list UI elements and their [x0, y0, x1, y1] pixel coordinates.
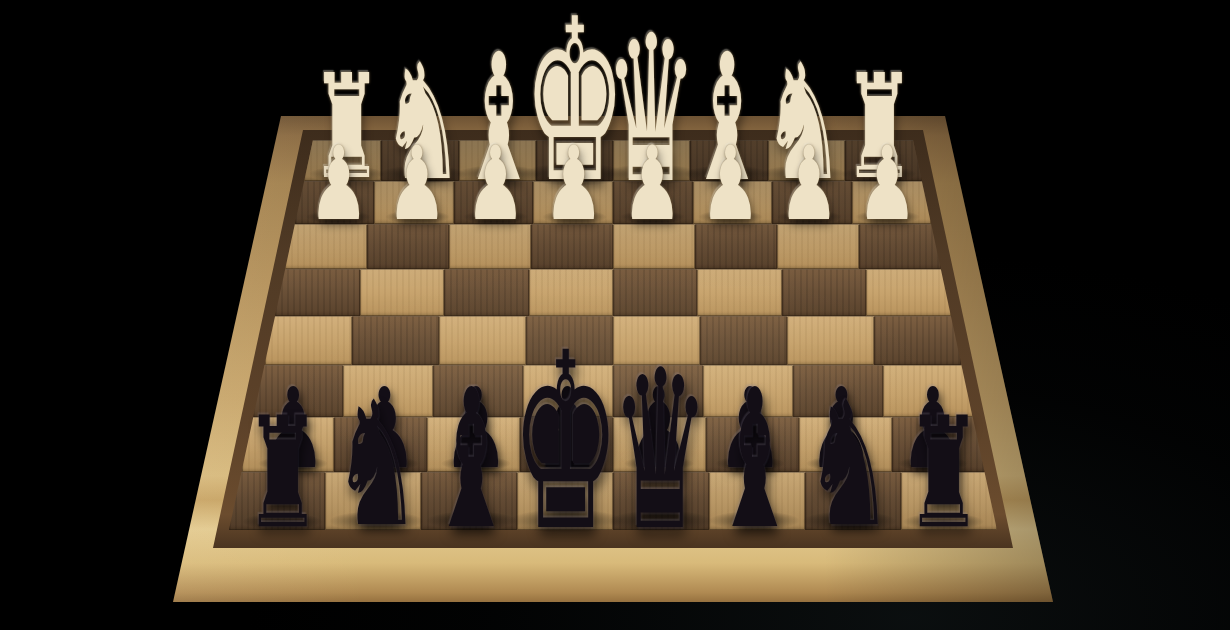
black-rook-h8[interactable]: ♜	[244, 396, 320, 549]
white-pawn-a2[interactable]: ♟	[857, 133, 918, 235]
square-d4[interactable]	[613, 269, 697, 316]
square-a5[interactable]	[874, 316, 961, 365]
square-g4[interactable]	[360, 269, 444, 316]
black-knight-b8[interactable]: ♞	[804, 380, 894, 552]
black-rook-a8[interactable]: ♜	[905, 396, 981, 549]
black-knight-g8[interactable]: ♞	[332, 380, 422, 552]
black-bishop-c8[interactable]: ♝	[712, 364, 798, 556]
black-king-e8[interactable]: ♚	[511, 321, 620, 565]
square-h5[interactable]	[265, 316, 352, 365]
white-pawn-c2[interactable]: ♟	[700, 133, 761, 235]
white-pawn-b2[interactable]: ♟	[778, 133, 839, 235]
square-c4[interactable]	[697, 269, 781, 316]
square-b5[interactable]	[787, 316, 874, 365]
white-pawn-g2[interactable]: ♟	[387, 133, 448, 235]
white-pawn-d2[interactable]: ♟	[622, 133, 683, 235]
white-pawn-h2[interactable]: ♟	[308, 133, 369, 235]
square-h4[interactable]	[275, 269, 359, 316]
black-bishop-f8[interactable]: ♝	[428, 364, 514, 556]
white-pawn-f2[interactable]: ♟	[465, 133, 526, 235]
studio-background: ♜♞♝♚♛♝♞♜♟♟♟♟♟♟♟♟♟♟♟♟♟♟♟♟♜♞♝♚♛♝♞♜	[0, 0, 1230, 630]
black-queen-d8[interactable]: ♛	[611, 341, 710, 561]
square-g5[interactable]	[352, 316, 439, 365]
square-b4[interactable]	[782, 269, 866, 316]
white-pawn-e2[interactable]: ♟	[543, 133, 604, 235]
square-a4[interactable]	[866, 269, 950, 316]
